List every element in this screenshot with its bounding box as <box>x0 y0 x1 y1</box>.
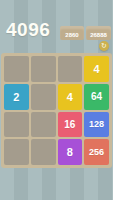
app-background: 4096 2860 26888 ↻ 42464161288256 <box>0 0 113 200</box>
empty-cell <box>58 56 83 82</box>
score-badge: 2860 <box>60 26 84 40</box>
restart-button[interactable]: ↻ <box>99 41 109 51</box>
game-title: 4096 <box>6 19 50 41</box>
empty-cell <box>31 112 56 138</box>
empty-cell <box>4 56 29 82</box>
game-board[interactable]: 42464161288256 <box>4 56 109 165</box>
empty-cell <box>4 112 29 138</box>
board-panel: 42464161288256 <box>1 53 112 168</box>
tile-128: 128 <box>84 112 109 138</box>
empty-cell <box>31 56 56 82</box>
restart-icon: ↻ <box>99 41 109 51</box>
empty-cell <box>4 139 29 165</box>
tile-64: 64 <box>84 84 109 110</box>
empty-cell <box>31 84 56 110</box>
tile-2: 2 <box>4 84 29 110</box>
tile-8: 8 <box>58 139 83 165</box>
tile-16: 16 <box>58 112 83 138</box>
tile-256: 256 <box>84 139 109 165</box>
best-score-badge: 26888 <box>86 26 111 40</box>
tile-4: 4 <box>58 84 83 110</box>
empty-cell <box>31 139 56 165</box>
tile-4: 4 <box>84 56 109 82</box>
